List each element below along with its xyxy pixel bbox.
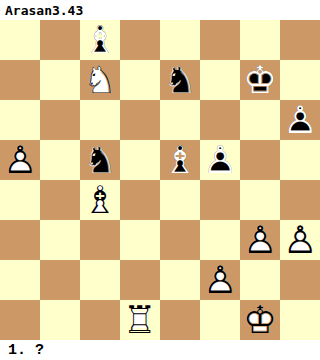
square-f4[interactable] (200, 180, 240, 220)
black-knight-fill: ♞ (80, 140, 120, 180)
square-e5[interactable]: ♝♗ (160, 140, 200, 180)
square-b1[interactable] (40, 300, 80, 340)
piece-white-bishop[interactable]: ♝♗ (80, 180, 120, 220)
white-rook-outline: ♖ (120, 300, 160, 340)
square-g6[interactable] (240, 100, 280, 140)
square-c8[interactable]: ♝♗ (80, 20, 120, 60)
black-bishop-fill: ♝ (160, 140, 200, 180)
black-king-outline: ♔ (240, 60, 280, 100)
square-f1[interactable] (200, 300, 240, 340)
black-knight-fill: ♞ (160, 60, 200, 100)
engine-title: Arasan3.43 (5, 3, 83, 18)
square-g7[interactable]: ♚♔ (240, 60, 280, 100)
square-d5[interactable] (120, 140, 160, 180)
square-b2[interactable] (40, 260, 80, 300)
square-b6[interactable] (40, 100, 80, 140)
square-g4[interactable] (240, 180, 280, 220)
piece-black-king[interactable]: ♚♔ (240, 60, 280, 100)
piece-white-pawn[interactable]: ♟♙ (240, 220, 280, 260)
square-h4[interactable] (280, 180, 320, 220)
window-title-bar: Arasan3.43 (0, 0, 320, 20)
white-knight-outline: ♘ (80, 60, 120, 100)
white-pawn-fill: ♟ (200, 260, 240, 300)
square-c1[interactable] (80, 300, 120, 340)
square-f7[interactable] (200, 60, 240, 100)
piece-black-pawn[interactable]: ♟♙ (200, 140, 240, 180)
square-b3[interactable] (40, 220, 80, 260)
white-bishop-outline: ♗ (80, 180, 120, 220)
square-c6[interactable] (80, 100, 120, 140)
white-pawn-fill: ♟ (0, 140, 40, 180)
square-e4[interactable] (160, 180, 200, 220)
square-g8[interactable] (240, 20, 280, 60)
square-h8[interactable] (280, 20, 320, 60)
piece-black-bishop[interactable]: ♝♗ (160, 140, 200, 180)
square-h3[interactable]: ♟♙ (280, 220, 320, 260)
square-b7[interactable] (40, 60, 80, 100)
black-pawn-fill: ♟ (280, 100, 320, 140)
white-bishop-fill: ♝ (80, 180, 120, 220)
square-e6[interactable] (160, 100, 200, 140)
square-a5[interactable]: ♟♙ (0, 140, 40, 180)
square-a8[interactable] (0, 20, 40, 60)
square-g2[interactable] (240, 260, 280, 300)
square-e2[interactable] (160, 260, 200, 300)
chess-board: ♝♗♞♘♞♘♚♔♟♙♟♙♞♘♝♗♟♙♝♗♟♙♟♙♟♙♜♖♚♔ (0, 20, 320, 340)
square-e1[interactable] (160, 300, 200, 340)
white-pawn-outline: ♙ (240, 220, 280, 260)
piece-white-king[interactable]: ♚♔ (240, 300, 280, 340)
square-c4[interactable]: ♝♗ (80, 180, 120, 220)
square-f3[interactable] (200, 220, 240, 260)
move-prompt: 1. ? (8, 342, 44, 359)
piece-white-rook[interactable]: ♜♖ (120, 300, 160, 340)
square-f6[interactable] (200, 100, 240, 140)
piece-black-bishop[interactable]: ♝♗ (80, 20, 120, 60)
black-bishop-outline: ♗ (80, 20, 120, 60)
square-f5[interactable]: ♟♙ (200, 140, 240, 180)
square-h7[interactable] (280, 60, 320, 100)
white-pawn-outline: ♙ (0, 140, 40, 180)
white-rook-fill: ♜ (120, 300, 160, 340)
black-bishop-outline: ♗ (160, 140, 200, 180)
piece-black-knight[interactable]: ♞♘ (160, 60, 200, 100)
square-c3[interactable] (80, 220, 120, 260)
square-e8[interactable] (160, 20, 200, 60)
square-g1[interactable]: ♚♔ (240, 300, 280, 340)
status-bar: 1. ? (0, 340, 320, 360)
square-c2[interactable] (80, 260, 120, 300)
black-knight-outline: ♘ (80, 140, 120, 180)
piece-white-pawn[interactable]: ♟♙ (200, 260, 240, 300)
square-d3[interactable] (120, 220, 160, 260)
square-a3[interactable] (0, 220, 40, 260)
square-a4[interactable] (0, 180, 40, 220)
black-pawn-outline: ♙ (200, 140, 240, 180)
black-knight-outline: ♘ (160, 60, 200, 100)
square-h6[interactable]: ♟♙ (280, 100, 320, 140)
white-pawn-outline: ♙ (280, 220, 320, 260)
square-c7[interactable]: ♞♘ (80, 60, 120, 100)
piece-black-pawn[interactable]: ♟♙ (280, 100, 320, 140)
white-pawn-fill: ♟ (280, 220, 320, 260)
square-b5[interactable] (40, 140, 80, 180)
white-knight-fill: ♞ (80, 60, 120, 100)
square-f2[interactable]: ♟♙ (200, 260, 240, 300)
square-b8[interactable] (40, 20, 80, 60)
white-pawn-outline: ♙ (200, 260, 240, 300)
piece-white-pawn[interactable]: ♟♙ (0, 140, 40, 180)
white-king-outline: ♔ (240, 300, 280, 340)
square-b4[interactable] (40, 180, 80, 220)
square-d8[interactable] (120, 20, 160, 60)
white-pawn-fill: ♟ (240, 220, 280, 260)
square-e3[interactable] (160, 220, 200, 260)
black-pawn-outline: ♙ (280, 100, 320, 140)
square-a1[interactable] (0, 300, 40, 340)
piece-white-knight[interactable]: ♞♘ (80, 60, 120, 100)
square-h5[interactable] (280, 140, 320, 180)
square-d7[interactable] (120, 60, 160, 100)
black-bishop-fill: ♝ (80, 20, 120, 60)
square-a2[interactable] (0, 260, 40, 300)
black-king-fill: ♚ (240, 60, 280, 100)
square-h2[interactable] (280, 260, 320, 300)
square-c5[interactable]: ♞♘ (80, 140, 120, 180)
white-king-fill: ♚ (240, 300, 280, 340)
square-d4[interactable] (120, 180, 160, 220)
piece-black-knight[interactable]: ♞♘ (80, 140, 120, 180)
square-e7[interactable]: ♞♘ (160, 60, 200, 100)
square-g3[interactable]: ♟♙ (240, 220, 280, 260)
black-pawn-fill: ♟ (200, 140, 240, 180)
square-d2[interactable] (120, 260, 160, 300)
square-a6[interactable] (0, 100, 40, 140)
square-d1[interactable]: ♜♖ (120, 300, 160, 340)
square-f8[interactable] (200, 20, 240, 60)
piece-white-pawn[interactable]: ♟♙ (280, 220, 320, 260)
square-h1[interactable] (280, 300, 320, 340)
square-d6[interactable] (120, 100, 160, 140)
square-a7[interactable] (0, 60, 40, 100)
square-g5[interactable] (240, 140, 280, 180)
